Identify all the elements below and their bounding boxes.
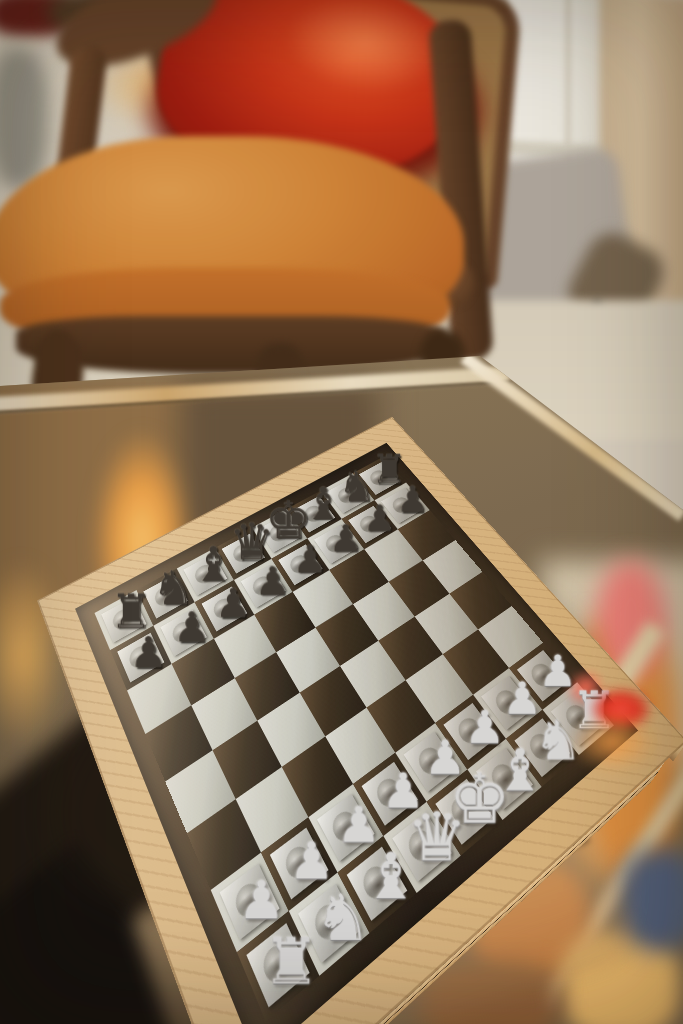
piece-white-pawn[interactable]: ♟ <box>289 836 335 887</box>
piece-black-pawn[interactable]: ♟ <box>215 584 251 624</box>
photograph-chess-set-scene: ♜♞♝♛♚♝♞♜♟♟♟♟♟♟♟♟♟♟♟♟♟♟♟♟♜♞♝♛♚♝♞♜ <box>0 0 683 1024</box>
piece-white-knight[interactable]: ♞ <box>314 886 371 950</box>
piece-black-pawn[interactable]: ♟ <box>329 520 363 558</box>
piece-black-pawn[interactable]: ♟ <box>255 561 290 600</box>
piece-white-pawn[interactable]: ♟ <box>238 874 285 927</box>
piece-black-pawn[interactable]: ♟ <box>363 500 396 537</box>
piece-black-pawn[interactable]: ♟ <box>173 607 210 648</box>
pillow-sheen <box>281 0 450 100</box>
piece-black-pawn[interactable]: ♟ <box>129 632 167 674</box>
amber-reflection <box>568 712 658 772</box>
piece-white-rook[interactable]: ♜ <box>262 930 319 994</box>
background-patch <box>0 48 48 188</box>
chess-box-perspective: ♜♞♝♛♚♝♞♜♟♟♟♟♟♟♟♟♟♟♟♟♟♟♟♟♜♞♝♛♚♝♞♜ <box>40 366 640 966</box>
piece-black-pawn[interactable]: ♟ <box>293 540 328 579</box>
piece-black-pawn[interactable]: ♟ <box>396 482 428 518</box>
